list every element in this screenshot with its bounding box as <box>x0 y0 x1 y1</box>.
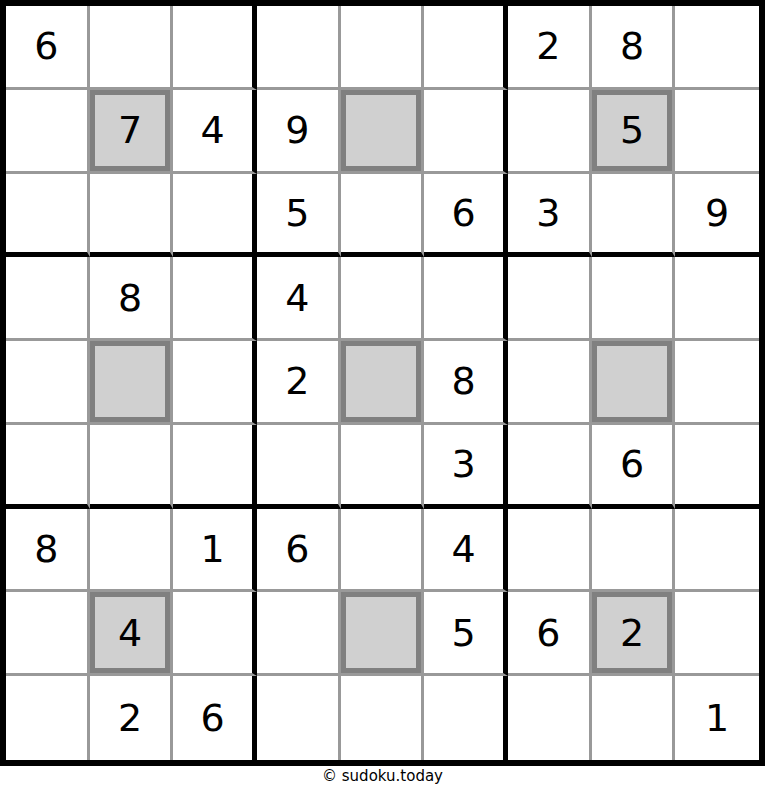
given-digit: 6 <box>201 699 225 737</box>
credit-text: © sudoku.today <box>322 767 443 785</box>
cell-r9c3[interactable]: 6 <box>173 676 257 760</box>
cell-r8c5-shaded[interactable] <box>341 592 425 676</box>
given-digit: 7 <box>118 111 142 149</box>
cell-r5c1[interactable] <box>6 341 90 425</box>
cell-r7c8[interactable] <box>592 509 676 593</box>
cell-r2c3[interactable]: 4 <box>173 90 257 174</box>
given-digit: 8 <box>620 27 644 65</box>
given-digit: 8 <box>452 362 476 400</box>
cell-r4c5[interactable] <box>341 257 425 341</box>
cell-r7c6[interactable]: 4 <box>424 509 508 593</box>
cell-r8c1[interactable] <box>6 592 90 676</box>
given-digit: 5 <box>452 614 476 652</box>
cell-r1c9[interactable] <box>675 6 759 90</box>
cell-r9c2[interactable]: 2 <box>90 676 174 760</box>
given-digit: 3 <box>536 194 560 232</box>
given-digit: 3 <box>452 445 476 483</box>
cell-r4c3[interactable] <box>173 257 257 341</box>
footer: © sudoku.today <box>322 766 443 785</box>
cell-r2c5-shaded[interactable] <box>341 90 425 174</box>
given-digit: 5 <box>285 194 309 232</box>
cell-r7c2[interactable] <box>90 509 174 593</box>
cell-r4c8[interactable] <box>592 257 676 341</box>
cell-r5c7[interactable] <box>508 341 592 425</box>
cell-r5c9[interactable] <box>675 341 759 425</box>
given-digit: 9 <box>285 111 309 149</box>
cell-r4c9[interactable] <box>675 257 759 341</box>
cell-r3c6[interactable]: 6 <box>424 174 508 258</box>
cell-r9c4[interactable] <box>257 676 341 760</box>
given-digit: 6 <box>620 445 644 483</box>
cell-r3c9[interactable]: 9 <box>675 174 759 258</box>
cell-r9c6[interactable] <box>424 676 508 760</box>
given-digit: 9 <box>705 194 729 232</box>
cell-r3c5[interactable] <box>341 174 425 258</box>
given-digit: 1 <box>705 699 729 737</box>
given-digit: 4 <box>452 530 476 568</box>
cell-r7c9[interactable] <box>675 509 759 593</box>
cell-r7c1[interactable]: 8 <box>6 509 90 593</box>
cell-r8c6[interactable]: 5 <box>424 592 508 676</box>
cell-r2c2-shaded[interactable]: 7 <box>90 90 174 174</box>
cell-r2c7[interactable] <box>508 90 592 174</box>
cell-r2c4[interactable]: 9 <box>257 90 341 174</box>
cell-r9c9[interactable]: 1 <box>675 676 759 760</box>
cell-r5c3[interactable] <box>173 341 257 425</box>
cell-r1c2[interactable] <box>90 6 174 90</box>
cell-r6c2[interactable] <box>90 425 174 509</box>
cell-r1c4[interactable] <box>257 6 341 90</box>
cell-r6c1[interactable] <box>6 425 90 509</box>
cell-r1c1[interactable]: 6 <box>6 6 90 90</box>
given-digit: 6 <box>452 194 476 232</box>
cell-r9c1[interactable] <box>6 676 90 760</box>
cell-r6c9[interactable] <box>675 425 759 509</box>
cell-r3c8[interactable] <box>592 174 676 258</box>
cell-r9c5[interactable] <box>341 676 425 760</box>
cell-r9c7[interactable] <box>508 676 592 760</box>
cell-r7c7[interactable] <box>508 509 592 593</box>
given-digit: 6 <box>34 27 58 65</box>
cell-r7c4[interactable]: 6 <box>257 509 341 593</box>
cell-r2c1[interactable] <box>6 90 90 174</box>
given-digit: 8 <box>118 279 142 317</box>
cell-r6c8[interactable]: 6 <box>592 425 676 509</box>
cell-r1c7[interactable]: 2 <box>508 6 592 90</box>
page: 6287495563984283681644562261 © sudoku.to… <box>0 0 765 785</box>
given-digit: 2 <box>118 699 142 737</box>
cell-r1c5[interactable] <box>341 6 425 90</box>
cell-r5c4[interactable]: 2 <box>257 341 341 425</box>
cell-r8c7[interactable]: 6 <box>508 592 592 676</box>
cell-r3c3[interactable] <box>173 174 257 258</box>
given-digit: 1 <box>201 530 225 568</box>
cell-r2c9[interactable] <box>675 90 759 174</box>
cell-r4c6[interactable] <box>424 257 508 341</box>
cell-r4c7[interactable] <box>508 257 592 341</box>
sudoku-board: 6287495563984283681644562261 <box>0 0 765 766</box>
cell-r2c8-shaded[interactable]: 5 <box>592 90 676 174</box>
cell-r5c6[interactable]: 8 <box>424 341 508 425</box>
cell-r3c4[interactable]: 5 <box>257 174 341 258</box>
cell-r8c8-shaded[interactable]: 2 <box>592 592 676 676</box>
given-digit: 6 <box>285 530 309 568</box>
given-digit: 4 <box>201 111 225 149</box>
given-digit: 4 <box>285 279 309 317</box>
cell-r1c3[interactable] <box>173 6 257 90</box>
cell-r6c7[interactable] <box>508 425 592 509</box>
cell-r6c6[interactable]: 3 <box>424 425 508 509</box>
cell-r3c1[interactable] <box>6 174 90 258</box>
cell-r4c4[interactable]: 4 <box>257 257 341 341</box>
given-digit: 2 <box>285 362 309 400</box>
given-digit: 8 <box>34 530 58 568</box>
cell-r8c2-shaded[interactable]: 4 <box>90 592 174 676</box>
given-digit: 2 <box>620 614 644 652</box>
given-digit: 6 <box>536 614 560 652</box>
cell-r7c5[interactable] <box>341 509 425 593</box>
cell-r4c1[interactable] <box>6 257 90 341</box>
cell-r1c6[interactable] <box>424 6 508 90</box>
cell-r8c3[interactable] <box>173 592 257 676</box>
cell-r1c8[interactable]: 8 <box>592 6 676 90</box>
cell-r5c5-shaded[interactable] <box>341 341 425 425</box>
cell-r2c6[interactable] <box>424 90 508 174</box>
cell-r9c8[interactable] <box>592 676 676 760</box>
cell-r6c4[interactable] <box>257 425 341 509</box>
cell-r3c7[interactable]: 3 <box>508 174 592 258</box>
cell-r5c2-shaded[interactable] <box>90 341 174 425</box>
cell-r4c2[interactable]: 8 <box>90 257 174 341</box>
cell-r3c2[interactable] <box>90 174 174 258</box>
given-digit: 2 <box>536 27 560 65</box>
given-digit: 4 <box>118 614 142 652</box>
cell-r8c9[interactable] <box>675 592 759 676</box>
cell-r8c4[interactable] <box>257 592 341 676</box>
cell-r6c5[interactable] <box>341 425 425 509</box>
cell-r6c3[interactable] <box>173 425 257 509</box>
given-digit: 5 <box>620 111 644 149</box>
cell-r5c8-shaded[interactable] <box>592 341 676 425</box>
cell-r7c3[interactable]: 1 <box>173 509 257 593</box>
